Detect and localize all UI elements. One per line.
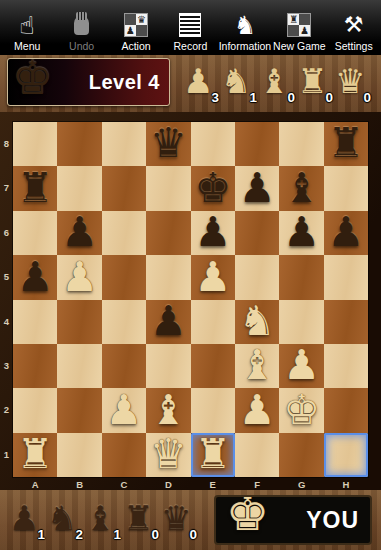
square-b3[interactable] [57,344,101,388]
black-rook-a7: ♜ [13,165,57,211]
white-queen-icon: ♛ [335,59,365,103]
black-pawn-h6: ♟ [324,209,368,255]
player-bar: ♟1♞2♝1♜0♛0 ♚ YOU [0,490,381,550]
captured-queen-count: 0 [189,527,197,542]
square-g1[interactable] [279,433,323,477]
file-label-f: F [235,479,279,490]
square-g5[interactable] [279,255,323,299]
white-rook-a1: ♜ [13,431,57,477]
white-queen-d1: ♛ [146,431,190,477]
square-e5[interactable]: ♟ [191,255,235,299]
information-button[interactable]: ♞ Information [218,11,272,52]
white-bishop-f3: ♝ [235,342,279,388]
square-b1[interactable] [57,433,101,477]
file-label-a: A [13,479,57,490]
black-queen-icon: ♛ [161,496,191,540]
square-h7[interactable] [324,166,368,210]
settings-label: Settings [335,40,373,52]
square-a1[interactable]: ♜ [13,433,57,477]
captured-pawn-count: 1 [37,527,45,542]
square-b8[interactable] [57,122,101,166]
white-king-icon: ♚ [226,495,269,543]
rank-label-7: 7 [0,182,13,193]
square-c7[interactable] [102,166,146,210]
captured-pawn-slot: ♟1 [9,496,47,544]
player-captured-tray: ♟1♞2♝1♜0♛0 [9,496,199,544]
square-f8[interactable] [235,122,279,166]
action-label: Action [121,40,150,52]
square-h2[interactable] [324,388,368,432]
square-a3[interactable] [13,344,57,388]
square-a5[interactable]: ♟ [13,255,57,299]
captured-bishop-count: 1 [113,527,121,542]
opponent-captured-tray: ♟3♞1♝0♜0♛0 [183,59,373,107]
white-rook-icon: ♜ [297,59,327,103]
toolbar: ☝ Menu Undo ♛♟ Action Record ♞ Informati… [0,0,381,55]
square-c3[interactable] [102,344,146,388]
action-board-icon: ♛♟ [124,11,148,39]
captured-bishop-slot: ♝0 [259,59,297,107]
white-king-g2: ♚ [279,387,323,433]
captured-bishop-slot: ♝1 [85,496,123,544]
tap-hand-icon: ☝ [20,11,35,39]
square-g2[interactable]: ♚ [279,388,323,432]
square-h5[interactable] [324,255,368,299]
square-f4[interactable]: ♞ [235,300,279,344]
record-label: Record [174,40,208,52]
white-pawn-f2: ♟ [235,387,279,433]
square-g8[interactable] [279,122,323,166]
chess-app-screen: ☝ Menu Undo ♛♟ Action Record ♞ Informati… [0,0,381,550]
undo-button[interactable]: Undo [55,11,109,52]
captured-pawn-slot: ♟3 [183,59,221,107]
square-b7[interactable] [57,166,101,210]
player-name: YOU [306,507,359,534]
captured-rook-count: 0 [325,90,333,105]
black-pawn-d4: ♟ [146,298,190,344]
black-king-e7: ♚ [191,165,235,211]
undo-label: Undo [69,40,94,52]
black-bishop-icon: ♝ [85,496,115,540]
white-pawn-e5: ♟ [191,254,235,300]
square-f2[interactable]: ♟ [235,388,279,432]
white-rook-e1: ♜ [191,431,235,477]
white-bishop-d2: ♝ [146,387,190,433]
board-frame: ♛♜♜♚♟♝♟♟♟♟♟♟♟♟♞♝♟♟♝♟♚♜♛♜ 87654321 ABCDEF… [0,112,381,490]
square-h4[interactable] [324,300,368,344]
captured-queen-count: 0 [363,90,371,105]
black-knight-icon: ♞ [47,496,77,540]
captured-bishop-count: 0 [287,90,295,105]
captured-queen-slot: ♛0 [335,59,373,107]
rank-label-6: 6 [0,227,13,238]
black-rook-icon: ♜ [123,496,153,540]
square-g7[interactable]: ♝ [279,166,323,210]
square-f7[interactable]: ♟ [235,166,279,210]
file-label-e: E [191,479,235,490]
square-h8[interactable]: ♜ [324,122,368,166]
square-e2[interactable] [191,388,235,432]
white-bishop-icon: ♝ [259,59,289,103]
file-label-b: B [57,479,101,490]
square-c5[interactable] [102,255,146,299]
square-d1[interactable]: ♛ [146,433,190,477]
captured-rook-slot: ♜0 [297,59,335,107]
square-g6[interactable]: ♟ [279,211,323,255]
black-pawn-b6: ♟ [57,209,101,255]
information-label: Information [219,40,272,52]
square-c6[interactable] [102,211,146,255]
menu-button[interactable]: ☝ Menu [0,11,54,52]
square-c1[interactable] [102,433,146,477]
black-pawn-e6: ♟ [191,209,235,255]
square-e8[interactable] [191,122,235,166]
black-queen-d8: ♛ [146,120,190,166]
captured-knight-count: 2 [75,527,83,542]
square-a2[interactable] [13,388,57,432]
square-h6[interactable]: ♟ [324,211,368,255]
white-knight-f4: ♞ [235,298,279,344]
square-d3[interactable] [146,344,190,388]
captured-pawn-count: 3 [211,90,219,105]
captured-rook-count: 0 [151,527,159,542]
rank-label-4: 4 [0,316,13,327]
square-a6[interactable] [13,211,57,255]
opponent-bar: ♚ Level 4 ♟3♞1♝0♜0♛0 [0,55,381,112]
captured-knight-slot: ♞2 [47,496,85,544]
square-b5[interactable]: ♟ [57,255,101,299]
square-e1[interactable]: ♜ [191,433,235,477]
captured-queen-slot: ♛0 [161,496,199,544]
white-pawn-c2: ♟ [102,387,146,433]
record-button[interactable]: Record [163,11,217,52]
square-d4[interactable]: ♟ [146,300,190,344]
square-g3[interactable]: ♟ [279,344,323,388]
opponent-name: Level 4 [89,71,160,94]
square-h3[interactable] [324,344,368,388]
black-rook-h8: ♜ [324,120,368,166]
white-pawn-icon: ♟ [183,59,213,103]
rank-label-2: 2 [0,404,13,415]
white-pawn-b5: ♟ [57,254,101,300]
opponent-panel: ♚ Level 4 [7,58,170,106]
square-d8[interactable]: ♛ [146,122,190,166]
square-c8[interactable] [102,122,146,166]
document-lines-icon [179,11,201,39]
action-button[interactable]: ♛♟ Action [109,11,163,52]
square-a8[interactable] [13,122,57,166]
black-pawn-f7: ♟ [235,165,279,211]
file-label-h: H [324,479,368,490]
square-d5[interactable] [146,255,190,299]
black-pawn-icon: ♟ [9,496,39,540]
square-d2[interactable]: ♝ [146,388,190,432]
hand-palm-icon [74,11,89,39]
square-b4[interactable] [57,300,101,344]
settings-button[interactable]: ⚒ Settings [327,11,381,52]
new-game-label: New Game [273,40,326,52]
square-e6[interactable]: ♟ [191,211,235,255]
square-b2[interactable] [57,388,101,432]
rank-label-5: 5 [0,271,13,282]
black-pawn-g6: ♟ [279,209,323,255]
square-f6[interactable] [235,211,279,255]
knight-icon: ♞ [234,11,256,39]
white-pawn-g3: ♟ [279,342,323,388]
square-b6[interactable]: ♟ [57,211,101,255]
square-d7[interactable] [146,166,190,210]
captured-knight-slot: ♞1 [221,59,259,107]
square-f3[interactable]: ♝ [235,344,279,388]
file-label-g: G [279,479,323,490]
square-a7[interactable]: ♜ [13,166,57,210]
square-a4[interactable] [13,300,57,344]
square-h1[interactable] [324,433,368,477]
player-panel: ♚ YOU [214,495,372,545]
square-f1[interactable] [235,433,279,477]
square-e7[interactable]: ♚ [191,166,235,210]
square-d6[interactable] [146,211,190,255]
square-e4[interactable] [191,300,235,344]
black-bishop-g7: ♝ [279,165,323,211]
black-pawn-a5: ♟ [13,254,57,300]
rank-label-1: 1 [0,449,13,460]
square-c2[interactable]: ♟ [102,388,146,432]
black-king-icon: ♚ [12,50,53,106]
chess-board: ♛♜♜♚♟♝♟♟♟♟♟♟♟♟♞♝♟♟♝♟♚♜♛♜ [13,122,368,477]
new-game-board-icon: ♜♟ [287,11,311,39]
file-label-d: D [146,479,190,490]
square-e3[interactable] [191,344,235,388]
square-g4[interactable] [279,300,323,344]
rank-label-3: 3 [0,360,13,371]
captured-knight-count: 1 [249,90,257,105]
white-knight-icon: ♞ [221,59,251,103]
rank-label-8: 8 [0,138,13,149]
captured-rook-slot: ♜0 [123,496,161,544]
new-game-button[interactable]: ♜♟ New Game [272,11,326,52]
square-f5[interactable] [235,255,279,299]
file-label-c: C [102,479,146,490]
square-c4[interactable] [102,300,146,344]
tools-icon: ⚒ [344,11,364,39]
